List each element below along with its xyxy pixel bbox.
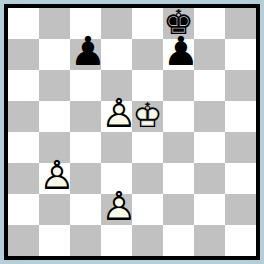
square-f5[interactable] — [163, 101, 194, 132]
diagram-page-background: ♚♟♟♟♙♚♔♟♙♟♙ — [0, 0, 264, 264]
square-f4[interactable] — [163, 132, 194, 163]
white-pawn[interactable]: ♟♙ — [39, 163, 70, 194]
square-g5[interactable] — [194, 101, 225, 132]
square-b1[interactable] — [39, 225, 70, 256]
square-e8[interactable] — [132, 8, 163, 39]
black-pawn-glyph: ♟ — [163, 36, 194, 67]
white-pawn[interactable]: ♟♙ — [101, 101, 132, 132]
square-b8[interactable] — [39, 8, 70, 39]
black-pawn[interactable]: ♟ — [163, 39, 194, 70]
square-h5[interactable] — [225, 101, 256, 132]
square-h4[interactable] — [225, 132, 256, 163]
square-f6[interactable] — [163, 70, 194, 101]
square-f7[interactable]: ♟ — [163, 39, 194, 70]
white-king[interactable]: ♚♔ — [132, 101, 163, 132]
white-pawn-outline: ♙ — [101, 98, 132, 129]
square-c7[interactable]: ♟ — [70, 39, 101, 70]
square-g2[interactable] — [194, 194, 225, 225]
square-h8[interactable] — [225, 8, 256, 39]
white-pawn[interactable]: ♟♙ — [101, 194, 132, 225]
square-h7[interactable] — [225, 39, 256, 70]
white-pawn-outline: ♙ — [101, 191, 132, 222]
square-c1[interactable] — [70, 225, 101, 256]
square-e5[interactable]: ♚♔ — [132, 101, 163, 132]
square-d5[interactable]: ♟♙ — [101, 101, 132, 132]
square-b2[interactable] — [39, 194, 70, 225]
square-b6[interactable] — [39, 70, 70, 101]
board-frame: ♚♟♟♟♙♚♔♟♙♟♙ — [4, 4, 260, 260]
square-g3[interactable] — [194, 163, 225, 194]
square-h2[interactable] — [225, 194, 256, 225]
square-f2[interactable] — [163, 194, 194, 225]
white-king-outline: ♔ — [132, 100, 163, 131]
black-pawn-glyph: ♟ — [70, 36, 101, 67]
square-a4[interactable] — [8, 132, 39, 163]
square-a2[interactable] — [8, 194, 39, 225]
square-d1[interactable] — [101, 225, 132, 256]
square-h1[interactable] — [225, 225, 256, 256]
square-d4[interactable] — [101, 132, 132, 163]
square-g6[interactable] — [194, 70, 225, 101]
square-b5[interactable] — [39, 101, 70, 132]
chess-board: ♚♟♟♟♙♚♔♟♙♟♙ — [8, 8, 256, 256]
square-e1[interactable] — [132, 225, 163, 256]
square-h3[interactable] — [225, 163, 256, 194]
square-a6[interactable] — [8, 70, 39, 101]
black-pawn[interactable]: ♟ — [70, 39, 101, 70]
square-a8[interactable] — [8, 8, 39, 39]
square-g1[interactable] — [194, 225, 225, 256]
square-f3[interactable] — [163, 163, 194, 194]
square-a5[interactable] — [8, 101, 39, 132]
square-d2[interactable]: ♟♙ — [101, 194, 132, 225]
square-e4[interactable] — [132, 132, 163, 163]
square-b3[interactable]: ♟♙ — [39, 163, 70, 194]
square-g4[interactable] — [194, 132, 225, 163]
square-f1[interactable] — [163, 225, 194, 256]
square-e7[interactable] — [132, 39, 163, 70]
square-c6[interactable] — [70, 70, 101, 101]
square-a7[interactable] — [8, 39, 39, 70]
white-pawn-outline: ♙ — [39, 160, 70, 191]
square-c2[interactable] — [70, 194, 101, 225]
square-a1[interactable] — [8, 225, 39, 256]
square-a3[interactable] — [8, 163, 39, 194]
square-b7[interactable] — [39, 39, 70, 70]
square-c5[interactable] — [70, 101, 101, 132]
square-h6[interactable] — [225, 70, 256, 101]
